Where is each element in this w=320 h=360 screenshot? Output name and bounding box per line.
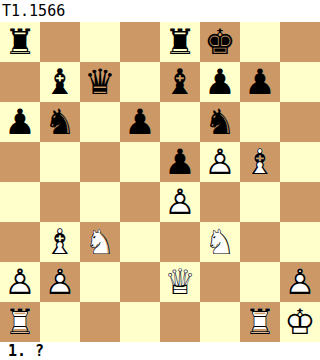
square-h3[interactable] <box>280 222 320 262</box>
square-e3[interactable] <box>160 222 200 262</box>
square-f8[interactable]: ♚ <box>200 22 240 62</box>
square-e7[interactable]: ♝ <box>160 62 200 102</box>
square-f2[interactable] <box>200 262 240 302</box>
square-a6[interactable]: ♟ <box>0 102 40 142</box>
move-bar: 1. ? <box>0 342 320 360</box>
square-b8[interactable] <box>40 22 80 62</box>
piece-white-pawn: ♙ <box>160 182 200 222</box>
square-a3[interactable] <box>0 222 40 262</box>
piece-white-knight: ♘ <box>80 222 120 262</box>
piece-white-pawn-fill: ♟ <box>40 262 80 302</box>
square-f4[interactable] <box>200 182 240 222</box>
piece-black-bishop: ♝ <box>160 62 200 102</box>
square-f5[interactable]: ♟♙ <box>200 142 240 182</box>
square-a2[interactable]: ♟♙ <box>0 262 40 302</box>
square-b4[interactable] <box>40 182 80 222</box>
square-h6[interactable] <box>280 102 320 142</box>
square-e1[interactable] <box>160 302 200 342</box>
square-a1[interactable]: ♜♖ <box>0 302 40 342</box>
piece-white-rook: ♖ <box>240 302 280 342</box>
square-d2[interactable] <box>120 262 160 302</box>
square-h4[interactable] <box>280 182 320 222</box>
square-c8[interactable] <box>80 22 120 62</box>
piece-white-pawn: ♙ <box>0 262 40 302</box>
title-bar: T1.1566 <box>0 0 320 22</box>
square-h5[interactable] <box>280 142 320 182</box>
square-g1[interactable]: ♜♖ <box>240 302 280 342</box>
square-h7[interactable] <box>280 62 320 102</box>
square-g6[interactable] <box>240 102 280 142</box>
piece-black-pawn: ♟ <box>120 102 160 142</box>
square-d3[interactable] <box>120 222 160 262</box>
piece-black-pawn: ♟ <box>160 142 200 182</box>
puzzle-title: T1.1566 <box>2 1 65 21</box>
piece-black-rook: ♜ <box>0 22 40 62</box>
piece-black-pawn: ♟ <box>200 62 240 102</box>
square-e6[interactable] <box>160 102 200 142</box>
square-d8[interactable] <box>120 22 160 62</box>
piece-black-knight: ♞ <box>40 102 80 142</box>
square-g4[interactable] <box>240 182 280 222</box>
square-f1[interactable] <box>200 302 240 342</box>
square-c3[interactable]: ♞♘ <box>80 222 120 262</box>
piece-white-bishop: ♗ <box>40 222 80 262</box>
square-f6[interactable]: ♞ <box>200 102 240 142</box>
square-d4[interactable] <box>120 182 160 222</box>
piece-white-queen-fill: ♛ <box>160 262 200 302</box>
piece-white-pawn-fill: ♟ <box>0 262 40 302</box>
square-a5[interactable] <box>0 142 40 182</box>
piece-white-bishop-fill: ♝ <box>40 222 80 262</box>
square-h2[interactable]: ♟♙ <box>280 262 320 302</box>
piece-white-king: ♔ <box>280 302 320 342</box>
square-g5[interactable]: ♝♗ <box>240 142 280 182</box>
square-c4[interactable] <box>80 182 120 222</box>
square-a4[interactable] <box>0 182 40 222</box>
square-f3[interactable]: ♞♘ <box>200 222 240 262</box>
piece-white-knight: ♘ <box>200 222 240 262</box>
square-e4[interactable]: ♟♙ <box>160 182 200 222</box>
square-c2[interactable] <box>80 262 120 302</box>
piece-white-pawn-fill: ♟ <box>200 142 240 182</box>
square-g2[interactable] <box>240 262 280 302</box>
square-a8[interactable]: ♜ <box>0 22 40 62</box>
piece-white-pawn: ♙ <box>40 262 80 302</box>
square-g3[interactable] <box>240 222 280 262</box>
square-h8[interactable] <box>280 22 320 62</box>
piece-black-bishop: ♝ <box>40 62 80 102</box>
piece-black-knight: ♞ <box>200 102 240 142</box>
square-g7[interactable]: ♟ <box>240 62 280 102</box>
square-e5[interactable]: ♟ <box>160 142 200 182</box>
piece-white-knight-fill: ♞ <box>200 222 240 262</box>
piece-white-rook-fill: ♜ <box>0 302 40 342</box>
piece-white-pawn-fill: ♟ <box>280 262 320 302</box>
square-c6[interactable] <box>80 102 120 142</box>
square-e2[interactable]: ♛♕ <box>160 262 200 302</box>
square-c5[interactable] <box>80 142 120 182</box>
piece-white-pawn: ♙ <box>280 262 320 302</box>
piece-white-king-fill: ♚ <box>280 302 320 342</box>
square-b7[interactable]: ♝ <box>40 62 80 102</box>
square-c1[interactable] <box>80 302 120 342</box>
chess-board: ♜♜♚♝♛♝♟♟♟♞♟♞♟♟♙♝♗♟♙♝♗♞♘♞♘♟♙♟♙♛♕♟♙♜♖♜♖♚♔ <box>0 22 320 342</box>
square-e8[interactable]: ♜ <box>160 22 200 62</box>
square-b6[interactable]: ♞ <box>40 102 80 142</box>
square-b2[interactable]: ♟♙ <box>40 262 80 302</box>
piece-white-bishop-fill: ♝ <box>240 142 280 182</box>
move-prompt: 1. ? <box>8 343 44 359</box>
piece-white-bishop: ♗ <box>240 142 280 182</box>
piece-black-rook: ♜ <box>160 22 200 62</box>
square-d7[interactable] <box>120 62 160 102</box>
square-h1[interactable]: ♚♔ <box>280 302 320 342</box>
piece-white-pawn-fill: ♟ <box>160 182 200 222</box>
square-b5[interactable] <box>40 142 80 182</box>
piece-white-rook: ♖ <box>0 302 40 342</box>
piece-white-queen: ♕ <box>160 262 200 302</box>
piece-white-knight-fill: ♞ <box>80 222 120 262</box>
piece-black-pawn: ♟ <box>240 62 280 102</box>
piece-black-king: ♚ <box>200 22 240 62</box>
square-f7[interactable]: ♟ <box>200 62 240 102</box>
square-d6[interactable]: ♟ <box>120 102 160 142</box>
square-c7[interactable]: ♛ <box>80 62 120 102</box>
piece-white-pawn: ♙ <box>200 142 240 182</box>
piece-white-rook-fill: ♜ <box>240 302 280 342</box>
square-a7[interactable] <box>0 62 40 102</box>
square-b1[interactable] <box>40 302 80 342</box>
square-g8[interactable] <box>240 22 280 62</box>
square-d5[interactable] <box>120 142 160 182</box>
square-b3[interactable]: ♝♗ <box>40 222 80 262</box>
piece-black-pawn: ♟ <box>0 102 40 142</box>
square-d1[interactable] <box>120 302 160 342</box>
piece-black-queen: ♛ <box>80 62 120 102</box>
